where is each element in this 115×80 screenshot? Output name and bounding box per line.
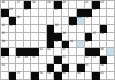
- clue-number-27: 27: [2, 16, 5, 19]
- cell-r5c3[interactable]: [16, 33, 24, 41]
- clue-number-50: 50: [32, 56, 35, 59]
- cell-r1c5[interactable]: 18: [31, 1, 39, 9]
- cell-r3c14[interactable]: [100, 17, 108, 25]
- cell-r2c6[interactable]: [39, 9, 47, 17]
- cell-r3c15[interactable]: [107, 17, 115, 25]
- clue-number-41: 41: [70, 40, 73, 43]
- clue-number-45: 45: [62, 48, 65, 51]
- cell-r9c13[interactable]: [92, 64, 100, 72]
- black-cell-r7c12: [85, 48, 93, 56]
- cell-r4c6[interactable]: [39, 25, 47, 33]
- cell-r3c13[interactable]: [92, 17, 100, 25]
- black-cell-r7c4: [24, 48, 32, 56]
- black-cell-r8c8: [54, 56, 62, 64]
- black-cell-r8c14: [100, 56, 108, 64]
- clue-number-43: 43: [39, 48, 42, 51]
- cell-r8c3[interactable]: 48: [16, 56, 24, 64]
- clue-number-37: 37: [93, 32, 96, 35]
- cell-r4c10[interactable]: 34: [69, 25, 77, 33]
- highlighted-cell-r6c11[interactable]: [77, 41, 85, 49]
- cell-r4c9[interactable]: [62, 25, 70, 33]
- cell-r3c7[interactable]: [47, 17, 55, 25]
- black-cell-r2c11: [77, 9, 85, 17]
- cell-r1c9[interactable]: 20: [62, 1, 70, 9]
- cell-r8c5[interactable]: 50: [31, 56, 39, 64]
- cell-r6c3[interactable]: [16, 41, 24, 49]
- black-cell-r9c11: [77, 64, 85, 72]
- clue-number-54: 54: [2, 64, 5, 67]
- cell-r2c15[interactable]: [107, 9, 115, 17]
- cell-r4c4[interactable]: [24, 25, 32, 33]
- black-cell-r9c9: [62, 64, 70, 72]
- black-cell-r4c7: [47, 25, 55, 33]
- cell-r9c12[interactable]: 55: [85, 64, 93, 72]
- black-cell-r2c1: [1, 9, 9, 17]
- cell-r5c13[interactable]: 37: [92, 33, 100, 41]
- clue-number-24: 24: [24, 8, 27, 11]
- cell-r6c2[interactable]: [9, 41, 17, 49]
- cell-r4c5[interactable]: [31, 25, 39, 33]
- clue-number-33: 33: [55, 24, 58, 27]
- cell-r1c15[interactable]: [107, 1, 115, 9]
- cell-r3c5[interactable]: [31, 17, 39, 25]
- clue-number-31: 31: [2, 24, 5, 27]
- cell-r8c7[interactable]: [47, 56, 55, 64]
- clue-number-59: 59: [47, 72, 50, 75]
- cell-r5c10[interactable]: [69, 33, 77, 41]
- cell-r9c1[interactable]: 54: [1, 64, 9, 72]
- cell-r4c2[interactable]: 32: [9, 25, 17, 33]
- cell-r1c3[interactable]: 17: [16, 1, 24, 9]
- cell-r5c11[interactable]: [77, 33, 85, 41]
- cell-r10c1[interactable]: [1, 72, 9, 80]
- cell-r2c7[interactable]: [47, 9, 55, 17]
- black-cell-r5c7: [47, 33, 55, 41]
- cell-r10c6[interactable]: 58: [39, 72, 47, 80]
- cell-r4c11[interactable]: [77, 25, 85, 33]
- cell-r3c9[interactable]: [62, 17, 70, 25]
- cell-r8c12[interactable]: 52: [85, 56, 93, 64]
- clue-number-58: 58: [39, 72, 42, 75]
- cell-r3c3[interactable]: 28: [16, 17, 24, 25]
- clue-number-57: 57: [17, 72, 20, 75]
- black-cell-r1c4: [24, 1, 32, 9]
- cell-r4c15[interactable]: [107, 25, 115, 33]
- clue-number-44: 44: [47, 48, 50, 51]
- cell-r10c10[interactable]: [69, 72, 77, 80]
- cell-r10c11[interactable]: 61: [77, 72, 85, 80]
- black-cell-r10c5: [31, 72, 39, 80]
- clue-number-32: 32: [9, 24, 12, 27]
- cell-r2c8[interactable]: 25: [54, 9, 62, 17]
- cell-r3c1[interactable]: 27: [1, 17, 9, 25]
- cell-r2c10[interactable]: [69, 9, 77, 17]
- clue-number-39: 39: [2, 40, 5, 43]
- cell-r8c9[interactable]: 51: [62, 56, 70, 64]
- black-cell-r6c9: [62, 41, 70, 49]
- cell-r10c3[interactable]: 57: [16, 72, 24, 80]
- cell-r9c5[interactable]: [31, 64, 39, 72]
- clue-number-28: 28: [17, 16, 20, 19]
- cell-r2c3[interactable]: [16, 9, 24, 17]
- cell-r7c7[interactable]: 44: [47, 48, 55, 56]
- cell-r2c13[interactable]: 26: [92, 9, 100, 17]
- cell-r1c1[interactable]: 16: [1, 1, 9, 9]
- clue-number-16: 16: [2, 1, 5, 4]
- cell-r9c2[interactable]: [9, 64, 17, 72]
- black-cell-r7c5: [31, 48, 39, 56]
- cell-r5c14[interactable]: 38: [100, 33, 108, 41]
- cell-r2c14[interactable]: [100, 9, 108, 17]
- black-cell-r3c10: [69, 17, 77, 25]
- clue-number-36: 36: [62, 32, 65, 35]
- clue-number-52: 52: [85, 56, 88, 59]
- cell-r1c12[interactable]: 21: [85, 1, 93, 9]
- clue-number-61: 61: [77, 72, 80, 75]
- clue-number-55: 55: [85, 64, 88, 67]
- cell-r1c6[interactable]: [39, 1, 47, 9]
- cell-r9c6[interactable]: [39, 64, 47, 72]
- cell-r5c15[interactable]: [107, 33, 115, 41]
- cell-r5c5[interactable]: [31, 33, 39, 41]
- clue-number-51: 51: [62, 56, 65, 59]
- clue-number-49: 49: [24, 56, 27, 59]
- clue-number-46: 46: [100, 48, 103, 51]
- cell-r5c1[interactable]: 35: [1, 33, 9, 41]
- cell-r7c8[interactable]: [54, 48, 62, 56]
- cell-r8c15[interactable]: [107, 56, 115, 64]
- clue-number-17: 17: [17, 1, 20, 4]
- clue-number-42: 42: [85, 40, 88, 43]
- cell-r8c4[interactable]: 49: [24, 56, 32, 64]
- cell-r6c6[interactable]: [39, 41, 47, 49]
- clue-number-20: 20: [62, 1, 65, 4]
- cell-r10c7[interactable]: 59: [47, 72, 55, 80]
- cell-r10c12[interactable]: [85, 72, 93, 80]
- cell-r7c14[interactable]: 46: [100, 48, 108, 56]
- black-cell-r1c13: [92, 1, 100, 9]
- cell-r9c15[interactable]: [107, 64, 115, 72]
- cell-r9c3[interactable]: [16, 64, 24, 72]
- clue-number-26: 26: [93, 8, 96, 11]
- clue-number-62: 62: [100, 72, 103, 75]
- cell-r5c4[interactable]: [24, 33, 32, 41]
- black-cell-r5c8: [54, 33, 62, 41]
- cell-r1c2[interactable]: [9, 1, 17, 9]
- cell-r10c14[interactable]: 62: [100, 72, 108, 80]
- cell-r6c1[interactable]: 39: [1, 41, 9, 49]
- highlighted-cell-r7c15[interactable]: [107, 48, 115, 56]
- cell-r7c2[interactable]: [9, 48, 17, 56]
- black-cell-r10c8: [54, 72, 62, 80]
- clue-number-30: 30: [85, 16, 88, 19]
- cell-r3c8[interactable]: [54, 17, 62, 25]
- cell-r8c1[interactable]: 47: [1, 56, 9, 64]
- crossword-grid: 1617181920212223242526272829303132333435…: [0, 0, 115, 80]
- black-cell-r1c8: [54, 1, 62, 9]
- cell-r8c6[interactable]: [39, 56, 47, 64]
- black-cell-r6c7: [47, 41, 55, 49]
- clue-number-53: 53: [93, 56, 96, 59]
- clue-number-40: 40: [55, 40, 58, 43]
- black-cell-r10c2: [9, 72, 17, 80]
- cell-r4c13[interactable]: [92, 25, 100, 33]
- clue-number-35: 35: [2, 32, 5, 35]
- cell-r9c10[interactable]: [69, 64, 77, 72]
- clue-number-47: 47: [2, 56, 5, 59]
- black-cell-r7c3: [16, 48, 24, 56]
- cell-r2c9[interactable]: [62, 9, 70, 17]
- cell-r7c9[interactable]: 45: [62, 48, 70, 56]
- cell-r9c14[interactable]: 56: [100, 64, 108, 72]
- cell-r5c2[interactable]: [9, 33, 17, 41]
- black-cell-r9c7: [47, 64, 55, 72]
- black-cell-r5c12: [85, 33, 93, 41]
- cell-r10c15[interactable]: [107, 72, 115, 80]
- cell-r4c8[interactable]: 33: [54, 25, 62, 33]
- cell-r7c11[interactable]: [77, 48, 85, 56]
- cell-r7c10[interactable]: [69, 48, 77, 56]
- cell-r1c11[interactable]: [77, 1, 85, 9]
- cell-r1c10[interactable]: [69, 1, 77, 9]
- clue-number-56: 56: [100, 64, 103, 67]
- cell-r7c6[interactable]: 43: [39, 48, 47, 56]
- cell-r6c8[interactable]: 40: [54, 41, 62, 49]
- cell-r2c5[interactable]: [31, 9, 39, 17]
- cell-r2c2[interactable]: 23: [9, 9, 17, 17]
- black-cell-r7c13: [92, 48, 100, 56]
- black-cell-r3c2: [9, 17, 17, 25]
- cell-r3c6[interactable]: [39, 17, 47, 25]
- cell-r6c10[interactable]: 41: [69, 41, 77, 49]
- cell-r10c4[interactable]: [24, 72, 32, 80]
- clue-number-25: 25: [55, 8, 58, 11]
- cell-r6c5[interactable]: [31, 41, 39, 49]
- cell-r1c14[interactable]: 22: [100, 1, 108, 9]
- clue-number-29: 29: [77, 16, 80, 19]
- clue-number-18: 18: [32, 1, 35, 4]
- cell-r3c4[interactable]: [24, 17, 32, 25]
- cell-r4c1[interactable]: 31: [1, 25, 9, 33]
- cell-r6c4[interactable]: [24, 41, 32, 49]
- cell-r9c8[interactable]: [54, 64, 62, 72]
- cell-r6c15[interactable]: [107, 41, 115, 49]
- black-cell-r4c14: [100, 25, 108, 33]
- clue-number-60: 60: [62, 72, 65, 75]
- black-cell-r10c13: [92, 72, 100, 80]
- cell-r5c9[interactable]: 36: [62, 33, 70, 41]
- cell-r10c9[interactable]: 60: [62, 72, 70, 80]
- cell-r8c13[interactable]: 53: [92, 56, 100, 64]
- clue-number-23: 23: [9, 8, 12, 11]
- clue-number-48: 48: [17, 56, 20, 59]
- cell-r4c12[interactable]: [85, 25, 93, 33]
- cell-r6c12[interactable]: 42: [85, 41, 93, 49]
- black-cell-r7c1: [1, 48, 9, 56]
- cell-r8c2[interactable]: [9, 56, 17, 64]
- black-cell-r2c12: [85, 9, 93, 17]
- cell-r8c10[interactable]: [69, 56, 77, 64]
- cell-r8c11[interactable]: [77, 56, 85, 64]
- highlighted-cell-r3c11[interactable]: 29: [77, 17, 85, 25]
- cell-r2c4[interactable]: 24: [24, 9, 32, 17]
- cell-r6c14[interactable]: [100, 41, 108, 49]
- clue-number-19: 19: [47, 1, 50, 4]
- clue-number-21: 21: [85, 1, 88, 4]
- cell-r9c4[interactable]: [24, 64, 32, 72]
- cell-r4c3[interactable]: [16, 25, 24, 33]
- clue-number-22: 22: [100, 1, 103, 4]
- cell-r1c7[interactable]: 19: [47, 1, 55, 9]
- cell-r3c12[interactable]: 30: [85, 17, 93, 25]
- clue-number-34: 34: [70, 24, 73, 27]
- cell-r6c13[interactable]: [92, 41, 100, 49]
- cell-r5c6[interactable]: [39, 33, 47, 41]
- clue-number-38: 38: [100, 32, 103, 35]
